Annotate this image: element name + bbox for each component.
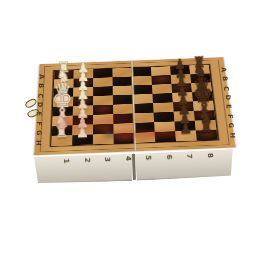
square-h8: ♜ — [196, 130, 218, 141]
square-f2: ♟ — [73, 115, 93, 125]
file-label-right-F: F — [226, 114, 233, 119]
board-scene: ♜♟♟♜♞♟♟♞♝♟♟♝♛♟♟♛♚♟♟♚♝♟♟♝♞♟♟♞♜♟♟♜ 1234567… — [0, 0, 260, 260]
file-label-right-E: E — [225, 104, 232, 109]
black-pawn-a7: ♟ — [174, 56, 187, 70]
file-label-right-C: C — [222, 86, 229, 91]
file-label-left-D: D — [37, 102, 44, 108]
square-g8: ♞ — [195, 120, 217, 131]
file-label-left-F: F — [35, 121, 42, 126]
board-perspective: ♜♟♟♜♞♟♟♞♝♟♟♝♛♟♟♛♚♟♟♚♝♟♟♝♞♟♟♞♜♟♟♜ — [33, 4, 232, 203]
square-f7: ♟ — [174, 111, 195, 121]
white-pawn-a2: ♟ — [77, 60, 90, 74]
square-d2: ♟ — [73, 96, 93, 106]
square-d6 — [152, 93, 173, 103]
black-rook-a8: ♜ — [192, 55, 206, 70]
square-c3 — [93, 86, 113, 96]
square-h7: ♟ — [175, 130, 197, 141]
square-h5 — [134, 132, 155, 143]
square-c2: ♟ — [73, 87, 93, 97]
file-label-left-C: C — [37, 93, 44, 98]
square-e2: ♟ — [73, 105, 93, 115]
file-label-left-H: H — [34, 139, 41, 145]
square-d8: ♛ — [192, 92, 213, 102]
rank-label-1: 1 — [62, 158, 69, 163]
rank-label-2: 2 — [83, 158, 90, 163]
file-label-right-G: G — [228, 123, 235, 129]
file-label-right-B: B — [221, 76, 228, 81]
square-f3 — [93, 114, 113, 124]
square-d3 — [93, 95, 113, 105]
square-f6 — [154, 112, 175, 122]
square-g4 — [113, 123, 134, 134]
square-h2: ♟ — [72, 134, 93, 145]
white-rook-a1: ♜ — [57, 60, 71, 75]
square-f8: ♝ — [194, 110, 215, 120]
file-label-left-B: B — [37, 83, 44, 88]
square-g6 — [154, 121, 175, 132]
rank-label-3: 3 — [103, 157, 110, 162]
file-label-right-H: H — [229, 132, 236, 138]
rank-label-7: 7 — [185, 154, 192, 159]
rank-label-8: 8 — [206, 153, 213, 158]
file-label-left-A: A — [38, 74, 45, 79]
square-c8: ♝ — [191, 82, 212, 92]
square-f4 — [113, 113, 134, 123]
square-a6 — [151, 66, 171, 76]
file-label-right-D: D — [224, 95, 231, 101]
file-label-left-G: G — [35, 130, 42, 136]
square-g7: ♟ — [174, 121, 195, 132]
square-h3 — [93, 134, 114, 145]
square-c1: ♝ — [53, 88, 73, 98]
square-g5 — [134, 122, 155, 133]
square-e3 — [93, 105, 113, 115]
rank-label-5: 5 — [144, 155, 151, 160]
square-d1: ♛ — [53, 97, 73, 107]
square-h6 — [155, 131, 176, 142]
square-c7: ♟ — [172, 83, 193, 93]
file-label-right-A: A — [220, 67, 227, 72]
rank-label-6: 6 — [165, 155, 172, 160]
chess-board: ♜♟♟♜♞♟♟♞♝♟♟♝♛♟♟♛♚♟♟♚♝♟♟♝♞♟♟♞♜♟♟♜ — [34, 57, 235, 155]
square-a7: ♟ — [170, 66, 190, 76]
square-h1: ♜ — [51, 135, 72, 146]
square-a8: ♜ — [189, 65, 209, 75]
rank-label-4: 4 — [124, 156, 131, 161]
square-g1: ♞ — [52, 125, 73, 136]
chess-set-photo: ♜♟♟♜♞♟♟♞♝♟♟♝♛♟♟♛♚♟♟♚♝♟♟♝♞♟♟♞♜♟♟♜ 1234567… — [0, 0, 260, 260]
square-h4 — [114, 133, 135, 144]
